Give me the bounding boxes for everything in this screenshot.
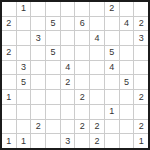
cell-r9c4[interactable] xyxy=(46,120,60,134)
cell-r6c3[interactable] xyxy=(31,75,45,89)
cell-r8c2[interactable] xyxy=(17,105,31,119)
cell-r8c7[interactable] xyxy=(90,105,104,119)
cell-r2c1[interactable]: 2 xyxy=(2,17,16,31)
cell-r5c7[interactable] xyxy=(90,61,104,75)
cell-r10c3[interactable] xyxy=(31,134,45,148)
cell-r1c2[interactable]: 1 xyxy=(17,2,31,16)
cell-r9c9[interactable] xyxy=(120,120,134,134)
cell-r7c5[interactable] xyxy=(61,90,75,104)
cell-r3c2[interactable] xyxy=(17,31,31,45)
cell-r8c9[interactable] xyxy=(120,105,134,119)
cell-r10c1[interactable]: 1 xyxy=(2,134,16,148)
cell-r5c8[interactable]: 4 xyxy=(105,61,119,75)
cell-r2c8[interactable] xyxy=(105,17,119,31)
cell-r3c4[interactable] xyxy=(46,31,60,45)
cell-r8c3[interactable] xyxy=(31,105,45,119)
cell-r6c4[interactable] xyxy=(46,75,60,89)
cell-r2c4[interactable]: 5 xyxy=(46,17,60,31)
cell-r10c9[interactable] xyxy=(120,134,134,148)
cell-r8c1[interactable] xyxy=(2,105,16,119)
cell-r5c4[interactable] xyxy=(46,61,60,75)
cell-r9c7[interactable]: 2 xyxy=(90,120,104,134)
cell-r3c9[interactable] xyxy=(120,31,134,45)
puzzle-board: 12256423432553445251221222211321 xyxy=(0,0,150,150)
cell-r10c8[interactable] xyxy=(105,134,119,148)
cell-r7c2[interactable] xyxy=(17,90,31,104)
cell-r3c10[interactable]: 3 xyxy=(134,31,148,45)
cell-r7c3[interactable] xyxy=(31,90,45,104)
cell-r5c5[interactable]: 4 xyxy=(61,61,75,75)
cell-r7c6[interactable]: 2 xyxy=(75,90,89,104)
cell-r1c1[interactable] xyxy=(2,2,16,16)
cell-r2c5[interactable] xyxy=(61,17,75,31)
cell-r4c1[interactable]: 2 xyxy=(2,46,16,60)
cell-r9c6[interactable]: 2 xyxy=(75,120,89,134)
cell-r4c3[interactable] xyxy=(31,46,45,60)
cell-r3c6[interactable] xyxy=(75,31,89,45)
cell-r1c10[interactable] xyxy=(134,2,148,16)
cell-r7c4[interactable] xyxy=(46,90,60,104)
cell-r5c10[interactable] xyxy=(134,61,148,75)
cell-r10c2[interactable]: 1 xyxy=(17,134,31,148)
cell-r10c10[interactable]: 1 xyxy=(134,134,148,148)
cell-r9c8[interactable] xyxy=(105,120,119,134)
cell-r9c3[interactable]: 2 xyxy=(31,120,45,134)
cell-r8c8[interactable]: 1 xyxy=(105,105,119,119)
cell-r4c6[interactable] xyxy=(75,46,89,60)
cell-r1c3[interactable] xyxy=(31,2,45,16)
cell-r7c9[interactable] xyxy=(120,90,134,104)
cell-r6c2[interactable]: 5 xyxy=(17,75,31,89)
cell-r4c2[interactable] xyxy=(17,46,31,60)
cell-r5c2[interactable]: 3 xyxy=(17,61,31,75)
cell-r3c1[interactable] xyxy=(2,31,16,45)
cell-r4c10[interactable] xyxy=(134,46,148,60)
cell-r1c7[interactable] xyxy=(90,2,104,16)
cell-r2c10[interactable]: 2 xyxy=(134,17,148,31)
cell-r3c8[interactable] xyxy=(105,31,119,45)
cell-r6c9[interactable]: 5 xyxy=(120,75,134,89)
cell-r10c6[interactable] xyxy=(75,134,89,148)
cell-r4c5[interactable] xyxy=(61,46,75,60)
cell-r5c6[interactable] xyxy=(75,61,89,75)
cell-r1c9[interactable] xyxy=(120,2,134,16)
cell-r5c3[interactable] xyxy=(31,61,45,75)
cell-r3c5[interactable] xyxy=(61,31,75,45)
cell-r4c7[interactable] xyxy=(90,46,104,60)
cell-r5c9[interactable] xyxy=(120,61,134,75)
cell-r9c10[interactable]: 2 xyxy=(134,120,148,134)
cell-r9c2[interactable] xyxy=(17,120,31,134)
cell-r6c8[interactable] xyxy=(105,75,119,89)
cell-r2c9[interactable]: 4 xyxy=(120,17,134,31)
cell-r2c6[interactable]: 6 xyxy=(75,17,89,31)
cell-r6c7[interactable] xyxy=(90,75,104,89)
cell-r4c8[interactable]: 5 xyxy=(105,46,119,60)
cell-r2c7[interactable] xyxy=(90,17,104,31)
cell-r8c4[interactable] xyxy=(46,105,60,119)
cell-r7c7[interactable] xyxy=(90,90,104,104)
cell-r5c1[interactable] xyxy=(2,61,16,75)
cell-r10c5[interactable]: 3 xyxy=(61,134,75,148)
cell-r4c9[interactable] xyxy=(120,46,134,60)
cell-r3c7[interactable]: 4 xyxy=(90,31,104,45)
cell-r8c5[interactable] xyxy=(61,105,75,119)
cell-r7c1[interactable]: 1 xyxy=(2,90,16,104)
cell-r1c4[interactable] xyxy=(46,2,60,16)
cell-r6c10[interactable] xyxy=(134,75,148,89)
cell-r2c3[interactable] xyxy=(31,17,45,31)
cell-r9c5[interactable] xyxy=(61,120,75,134)
cell-r1c6[interactable] xyxy=(75,2,89,16)
cell-r3c3[interactable]: 3 xyxy=(31,31,45,45)
cell-r1c5[interactable] xyxy=(61,2,75,16)
cell-r6c1[interactable] xyxy=(2,75,16,89)
cell-r9c1[interactable] xyxy=(2,120,16,134)
cell-r8c6[interactable] xyxy=(75,105,89,119)
cell-r6c6[interactable] xyxy=(75,75,89,89)
cell-r10c4[interactable] xyxy=(46,134,60,148)
cell-r8c10[interactable] xyxy=(134,105,148,119)
cell-r7c10[interactable]: 2 xyxy=(134,90,148,104)
cell-r4c4[interactable]: 5 xyxy=(46,46,60,60)
cell-r2c2[interactable] xyxy=(17,17,31,31)
cell-r1c8[interactable]: 2 xyxy=(105,2,119,16)
cell-r10c7[interactable]: 2 xyxy=(90,134,104,148)
cell-r6c5[interactable]: 2 xyxy=(61,75,75,89)
cell-r7c8[interactable] xyxy=(105,90,119,104)
